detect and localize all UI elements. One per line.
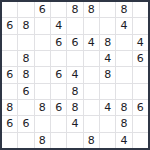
cell-r1c2[interactable] [18, 2, 33, 17]
cell-r7c4[interactable]: 6 [51, 100, 66, 115]
cell-r2c2[interactable]: 8 [18, 18, 33, 33]
cell-r3c1[interactable] [2, 35, 17, 50]
cell-r1c9[interactable] [133, 2, 148, 17]
cell-r9c2[interactable] [18, 133, 33, 148]
cell-r1c7[interactable] [100, 2, 115, 17]
cell-r1c3[interactable]: 6 [35, 2, 50, 17]
cell-r6c9[interactable] [133, 84, 148, 99]
cell-r9c3[interactable]: 8 [35, 133, 50, 148]
cell-r6c7[interactable] [100, 84, 115, 99]
cell-r9c4[interactable] [51, 133, 66, 148]
cell-r5c4[interactable]: 6 [51, 67, 66, 82]
cell-r7c6[interactable] [84, 100, 99, 115]
cell-r9c7[interactable] [100, 133, 115, 148]
cell-r6c1[interactable] [2, 84, 17, 99]
cell-r3c7[interactable]: 8 [100, 35, 115, 50]
cell-r2c8[interactable]: 4 [116, 18, 131, 33]
cell-r4c1[interactable] [2, 51, 17, 66]
cell-r5c5[interactable]: 4 [67, 67, 82, 82]
cell-r3c9[interactable]: 4 [133, 35, 148, 50]
cell-r4c8[interactable] [116, 51, 131, 66]
cell-r3c2[interactable] [18, 35, 33, 50]
cell-r8c3[interactable] [35, 116, 50, 131]
cell-r3c6[interactable]: 4 [84, 35, 99, 50]
cell-r1c4[interactable] [51, 2, 66, 17]
cell-r2c3[interactable] [35, 18, 50, 33]
cell-r4c2[interactable]: 8 [18, 51, 33, 66]
cell-r9c5[interactable] [67, 133, 82, 148]
cell-r6c3[interactable] [35, 84, 50, 99]
cell-r2c7[interactable] [100, 18, 115, 33]
cell-r8c5[interactable]: 4 [67, 116, 82, 131]
cell-r5c6[interactable] [84, 67, 99, 82]
cell-r2c9[interactable] [133, 18, 148, 33]
cell-r1c5[interactable]: 8 [67, 2, 82, 17]
cell-r6c2[interactable]: 6 [18, 84, 33, 99]
cell-r7c2[interactable] [18, 100, 33, 115]
cell-r6c8[interactable] [116, 84, 131, 99]
cell-r7c9[interactable]: 6 [133, 100, 148, 115]
cell-r9c6[interactable]: 8 [84, 133, 99, 148]
cell-r9c8[interactable]: 4 [116, 133, 131, 148]
cell-r3c3[interactable] [35, 35, 50, 50]
cell-r5c9[interactable] [133, 67, 148, 82]
cell-r8c7[interactable] [100, 116, 115, 131]
cell-r5c3[interactable] [35, 67, 50, 82]
cell-r8c8[interactable]: 8 [116, 116, 131, 131]
cell-r9c1[interactable] [2, 133, 17, 148]
cell-r3c4[interactable]: 6 [51, 35, 66, 50]
sudoku-board: 6888684466484846686486888684866648884 [0, 0, 150, 150]
cell-r8c2[interactable]: 6 [18, 116, 33, 131]
cell-r1c8[interactable]: 8 [116, 2, 131, 17]
cell-r1c1[interactable] [2, 2, 17, 17]
cell-r7c8[interactable]: 8 [116, 100, 131, 115]
cell-r4c5[interactable] [67, 51, 82, 66]
cell-r9c9[interactable] [133, 133, 148, 148]
cell-r3c5[interactable]: 6 [67, 35, 82, 50]
cell-r2c1[interactable]: 6 [2, 18, 17, 33]
cell-r5c7[interactable]: 8 [100, 67, 115, 82]
cell-r8c1[interactable]: 6 [2, 116, 17, 131]
cell-r2c4[interactable]: 4 [51, 18, 66, 33]
cell-r4c7[interactable]: 4 [100, 51, 115, 66]
cell-r4c9[interactable]: 6 [133, 51, 148, 66]
cell-r7c3[interactable]: 8 [35, 100, 50, 115]
cell-r2c5[interactable] [67, 18, 82, 33]
cell-r4c4[interactable] [51, 51, 66, 66]
cell-r6c4[interactable] [51, 84, 66, 99]
cell-r8c9[interactable] [133, 116, 148, 131]
cell-r4c3[interactable] [35, 51, 50, 66]
cell-r6c6[interactable] [84, 84, 99, 99]
cell-r7c5[interactable]: 8 [67, 100, 82, 115]
cell-r5c2[interactable]: 8 [18, 67, 33, 82]
cell-r2c6[interactable] [84, 18, 99, 33]
cell-r8c6[interactable] [84, 116, 99, 131]
cell-r6c5[interactable]: 8 [67, 84, 82, 99]
cell-r1c6[interactable]: 8 [84, 2, 99, 17]
cell-r7c7[interactable]: 4 [100, 100, 115, 115]
cell-r4c6[interactable] [84, 51, 99, 66]
cell-r5c8[interactable] [116, 67, 131, 82]
cell-r3c8[interactable] [116, 35, 131, 50]
cell-r5c1[interactable]: 6 [2, 67, 17, 82]
cell-r7c1[interactable]: 8 [2, 100, 17, 115]
cell-r8c4[interactable] [51, 116, 66, 131]
